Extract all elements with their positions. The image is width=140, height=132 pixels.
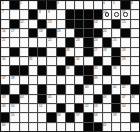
cell-r12c11[interactable]: 53 xyxy=(94,104,102,112)
circled-letter-mark xyxy=(123,12,128,17)
cell-r14c8[interactable] xyxy=(66,123,74,131)
black-cell-r8c5 xyxy=(38,66,46,74)
cell-r12c15[interactable] xyxy=(131,104,139,112)
cell-r11c14[interactable]: 47 xyxy=(121,95,129,103)
cell-r11c8[interactable] xyxy=(66,95,74,103)
cell-r6c14[interactable]: 29 xyxy=(121,48,129,56)
black-cell-r1c2 xyxy=(10,1,18,9)
cell-r7c10[interactable] xyxy=(84,57,92,65)
cell-r3c11[interactable]: 14 xyxy=(94,20,102,28)
clue-number: 23 xyxy=(76,38,80,41)
clue-number: 22 xyxy=(48,38,52,41)
cell-r10c11[interactable] xyxy=(94,85,102,93)
cell-r8c4[interactable] xyxy=(29,66,37,74)
cell-r1c4[interactable] xyxy=(29,1,37,9)
clue-number: 61 xyxy=(103,123,107,126)
black-cell-r2c10 xyxy=(84,10,92,18)
cell-r3c3[interactable]: 12 xyxy=(20,20,28,28)
black-cell-r7c13 xyxy=(112,57,120,65)
cell-r14c9[interactable] xyxy=(75,123,83,131)
cell-r12c6[interactable] xyxy=(47,104,55,112)
cell-r5c1[interactable]: 21 xyxy=(1,38,9,46)
black-cell-r10c7 xyxy=(57,85,65,93)
clue-number: 35 xyxy=(94,66,98,69)
clue-number: 42 xyxy=(122,85,126,88)
cell-r3c4[interactable] xyxy=(29,20,37,28)
clue-number: 21 xyxy=(2,38,6,41)
black-cell-r10c15 xyxy=(131,85,139,93)
black-cell-r6c7 xyxy=(57,48,65,56)
cell-r9c13[interactable] xyxy=(112,76,120,84)
cell-r13c12[interactable] xyxy=(103,113,111,121)
cell-r7c15[interactable] xyxy=(131,57,139,65)
cell-r9c11[interactable]: 39 xyxy=(94,76,102,84)
clue-number: 13 xyxy=(48,20,52,23)
cell-r8c11[interactable]: 35 xyxy=(94,66,102,74)
cell-r1c8[interactable] xyxy=(66,1,74,9)
cell-r2c12[interactable]: 10 xyxy=(103,10,111,18)
cell-r2c14[interactable]: 11 xyxy=(121,10,129,18)
black-cell-r2c11 xyxy=(94,10,102,18)
cell-r7c14[interactable]: 33 xyxy=(121,57,129,65)
clue-number: 55 xyxy=(11,113,15,116)
cell-r9c2[interactable]: 38 xyxy=(10,76,18,84)
cell-r6c3[interactable] xyxy=(20,48,28,56)
cell-r7c2[interactable] xyxy=(10,57,18,65)
black-cell-r3c5 xyxy=(38,20,46,28)
cell-r6c8[interactable]: 26 xyxy=(66,48,74,56)
black-cell-r12c7 xyxy=(57,104,65,112)
black-cell-r3c8 xyxy=(66,20,74,28)
cell-r5c4[interactable] xyxy=(29,38,37,46)
clue-number: 52 xyxy=(85,104,89,107)
cell-r2c3[interactable] xyxy=(20,10,28,18)
clue-number: 27 xyxy=(94,48,98,51)
black-cell-r2c8 xyxy=(66,10,74,18)
cell-r9c9[interactable] xyxy=(75,76,83,84)
cell-r3c6[interactable]: 13 xyxy=(47,20,55,28)
cell-r14c3[interactable] xyxy=(20,123,28,131)
black-cell-r8c3 xyxy=(20,66,28,74)
clue-number: 49 xyxy=(2,104,6,107)
cell-r1c12[interactable]: 4 xyxy=(103,1,111,9)
clue-number: 14 xyxy=(94,20,98,23)
cell-r12c5[interactable]: 51 xyxy=(38,104,46,112)
cell-r12c3[interactable] xyxy=(20,104,28,112)
clue-number: 8 xyxy=(39,10,41,13)
clue-number: 19 xyxy=(57,29,61,32)
cell-r13c4[interactable] xyxy=(29,113,37,121)
cell-r14c2[interactable] xyxy=(10,123,18,131)
black-cell-r14c10 xyxy=(84,123,92,131)
cell-r8c14[interactable] xyxy=(121,66,129,74)
clue-number: 57 xyxy=(76,113,80,116)
cell-r10c14[interactable]: 42 xyxy=(121,85,129,93)
clue-number: 4 xyxy=(103,1,105,4)
cell-r11c1[interactable]: 43 xyxy=(1,95,9,103)
black-cell-r8c9 xyxy=(75,66,83,74)
clue-number: 24 xyxy=(94,38,98,41)
black-cell-r9c10 xyxy=(84,76,92,84)
cell-r5c2[interactable] xyxy=(10,38,18,46)
black-cell-r3c9 xyxy=(75,20,83,28)
cell-r6c1[interactable] xyxy=(1,48,9,56)
clue-number: 60 xyxy=(2,123,6,126)
cell-r11c10[interactable] xyxy=(84,95,92,103)
black-cell-r6c5 xyxy=(38,48,46,56)
clue-number: 47 xyxy=(122,95,126,98)
cell-r2c5[interactable]: 8 xyxy=(38,10,46,18)
clue-number: 44 xyxy=(20,95,24,98)
black-cell-r3c2 xyxy=(10,20,18,28)
cell-r7c3[interactable] xyxy=(20,57,28,65)
cell-r7c12[interactable] xyxy=(103,57,111,65)
clue-number: 36 xyxy=(113,66,117,69)
clue-number: 17 xyxy=(11,29,15,32)
black-cell-r5c10 xyxy=(84,38,92,46)
cell-r3c7[interactable] xyxy=(57,20,65,28)
cell-r4c12[interactable]: 20 xyxy=(103,29,111,37)
cell-r12c14[interactable]: 54 xyxy=(121,104,129,112)
black-cell-r11c11 xyxy=(94,95,102,103)
clue-number: 59 xyxy=(113,113,117,116)
black-cell-r14c11 xyxy=(94,123,102,131)
cell-r9c7[interactable] xyxy=(57,76,65,84)
cell-r4c1[interactable]: 16 xyxy=(1,29,9,37)
cell-r7c9[interactable]: 32 xyxy=(75,57,83,65)
cell-r7c6[interactable] xyxy=(47,57,55,65)
black-cell-r11c5 xyxy=(38,95,46,103)
cell-r9c12[interactable] xyxy=(103,76,111,84)
black-cell-r13c8 xyxy=(66,113,74,121)
cell-r11c12[interactable]: 46 xyxy=(103,95,111,103)
black-cell-r7c11 xyxy=(94,57,102,65)
black-cell-r3c13 xyxy=(112,20,120,28)
cell-r6c12[interactable]: 28 xyxy=(103,48,111,56)
clue-number: 32 xyxy=(76,57,80,60)
cell-r14c13[interactable] xyxy=(112,123,120,131)
cell-r8c15[interactable] xyxy=(131,66,139,74)
cell-r13c9[interactable]: 57 xyxy=(75,113,83,121)
black-cell-r8c12 xyxy=(103,66,111,74)
cell-r14c7[interactable] xyxy=(57,123,65,131)
clue-number: 43 xyxy=(2,95,6,98)
cell-r2c1[interactable]: 7 xyxy=(1,10,9,18)
clue-number: 29 xyxy=(122,48,126,51)
clue-number: 37 xyxy=(2,76,6,79)
black-cell-r8c10 xyxy=(84,66,92,74)
cell-r11c7[interactable] xyxy=(57,95,65,103)
cell-r10c6[interactable] xyxy=(47,85,55,93)
cell-r10c4[interactable] xyxy=(29,85,37,93)
black-cell-r13c1 xyxy=(1,113,9,121)
clue-number: 54 xyxy=(122,104,126,107)
black-cell-r11c2 xyxy=(10,95,18,103)
cell-r5c7[interactable] xyxy=(57,38,65,46)
black-cell-r6c4 xyxy=(29,48,37,56)
black-cell-r10c9 xyxy=(75,85,83,93)
cell-r9c4[interactable] xyxy=(29,76,37,84)
clue-number: 7 xyxy=(2,10,4,13)
black-cell-r2c9 xyxy=(75,10,83,18)
cell-r9c6[interactable] xyxy=(47,76,55,84)
clue-number: 25 xyxy=(113,38,117,41)
clue-number: 45 xyxy=(48,95,52,98)
cell-r7c4[interactable]: 31 xyxy=(29,57,37,65)
black-cell-r3c10 xyxy=(84,20,92,28)
cell-r13c7[interactable]: 56 xyxy=(57,113,65,121)
cell-r4c15[interactable] xyxy=(131,29,139,37)
cell-r11c4[interactable] xyxy=(29,95,37,103)
cell-r1c1[interactable]: 1 xyxy=(1,1,9,9)
cell-r4c13[interactable] xyxy=(112,29,120,37)
clue-number: 26 xyxy=(66,48,70,51)
black-cell-r10c1 xyxy=(1,85,9,93)
black-cell-r11c13 xyxy=(112,95,120,103)
clue-number: 33 xyxy=(122,57,126,60)
cell-r4c5[interactable]: 18 xyxy=(38,29,46,37)
cell-r1c7[interactable]: 3 xyxy=(57,1,65,9)
cell-r9c1[interactable]: 37 xyxy=(1,76,9,84)
circled-letter-mark xyxy=(105,12,110,17)
black-cell-r8c7 xyxy=(57,66,65,74)
cell-r3c1[interactable] xyxy=(1,20,9,28)
black-cell-r4c9 xyxy=(75,29,83,37)
cell-r11c9[interactable] xyxy=(75,95,83,103)
cell-r13c2[interactable]: 55 xyxy=(10,113,18,121)
black-cell-r12c9 xyxy=(75,104,83,112)
cell-r9c3[interactable] xyxy=(20,76,28,84)
black-cell-r5c8 xyxy=(66,38,74,46)
black-cell-r4c11 xyxy=(94,29,102,37)
cell-r13c5[interactable] xyxy=(38,113,46,121)
clue-number: 28 xyxy=(103,48,107,51)
cell-r1c13[interactable]: 5 xyxy=(112,1,120,9)
black-cell-r8c2 xyxy=(10,66,18,74)
clue-number: 15 xyxy=(122,20,126,23)
cell-r2c7[interactable] xyxy=(57,10,65,18)
cell-r2c15[interactable] xyxy=(131,10,139,18)
black-cell-r10c5 xyxy=(38,85,46,93)
cell-r1c15[interactable]: 6 xyxy=(131,1,139,9)
cell-r8c6[interactable] xyxy=(47,66,55,74)
clue-number: 9 xyxy=(48,10,50,13)
black-cell-r5c12 xyxy=(103,38,111,46)
clue-number: 39 xyxy=(94,76,98,79)
cell-r12c8[interactable] xyxy=(66,104,74,112)
cell-r4c2[interactable]: 17 xyxy=(10,29,18,37)
cell-r1c9[interactable] xyxy=(75,1,83,9)
cell-r5c3[interactable] xyxy=(20,38,28,46)
cell-r1c10[interactable] xyxy=(84,1,92,9)
cell-r13c11[interactable]: 58 xyxy=(94,113,102,121)
clue-number: 48 xyxy=(131,95,135,98)
cell-r14c4[interactable] xyxy=(29,123,37,131)
clue-number: 12 xyxy=(20,20,24,23)
cell-r12c12[interactable] xyxy=(103,104,111,112)
cell-r7c5[interactable] xyxy=(38,57,46,65)
black-cell-r4c10 xyxy=(84,29,92,37)
cell-r3c12[interactable] xyxy=(103,20,111,28)
cell-r13c3[interactable] xyxy=(20,113,28,121)
clue-number: 50 xyxy=(11,104,15,107)
clue-number: 38 xyxy=(11,76,15,79)
clue-number: 16 xyxy=(2,29,6,32)
cell-r11c15[interactable]: 48 xyxy=(131,95,139,103)
cell-r5c11[interactable]: 24 xyxy=(94,38,102,46)
cell-r6c11[interactable]: 27 xyxy=(94,48,102,56)
clue-number: 18 xyxy=(39,29,43,32)
black-cell-r2c4 xyxy=(29,10,37,18)
cell-r14c12[interactable]: 61 xyxy=(103,123,111,131)
cell-r10c13[interactable]: 41 xyxy=(112,85,120,93)
clue-number: 46 xyxy=(103,95,107,98)
clue-number: 40 xyxy=(85,85,89,88)
cell-r5c14[interactable] xyxy=(121,38,129,46)
black-cell-r13c15 xyxy=(131,113,139,121)
clue-number: 31 xyxy=(29,57,33,60)
black-cell-r10c3 xyxy=(20,85,28,93)
black-cell-r4c4 xyxy=(29,29,37,37)
black-cell-r6c13 xyxy=(112,48,120,56)
cell-r6c9[interactable] xyxy=(75,48,83,56)
cell-r13c13[interactable]: 59 xyxy=(112,113,120,121)
black-cell-r13c10 xyxy=(84,113,92,121)
cell-r7c1[interactable]: 30 xyxy=(1,57,9,65)
clue-number: 34 xyxy=(66,66,70,69)
cell-r5c5[interactable] xyxy=(38,38,46,46)
cell-r9c5[interactable] xyxy=(38,76,46,84)
cell-r6c15[interactable] xyxy=(131,48,139,56)
black-cell-r1c5 xyxy=(38,1,46,9)
cell-r6c6[interactable] xyxy=(47,48,55,56)
clue-number: 6 xyxy=(131,1,133,4)
cell-r10c10[interactable]: 40 xyxy=(84,85,92,93)
clue-number: 3 xyxy=(57,1,59,4)
cell-r8c8[interactable]: 34 xyxy=(66,66,74,74)
cell-r10c2[interactable] xyxy=(10,85,18,93)
cell-r14c6[interactable] xyxy=(47,123,55,131)
cell-r9c8[interactable] xyxy=(66,76,74,84)
black-cell-r10c12 xyxy=(103,85,111,93)
cell-r1c11[interactable] xyxy=(94,1,102,9)
black-cell-r6c2 xyxy=(10,48,18,56)
cell-r12c2[interactable]: 50 xyxy=(10,104,18,112)
cell-r5c13[interactable]: 25 xyxy=(112,38,120,46)
cell-r12c1[interactable]: 49 xyxy=(1,104,9,112)
cell-r4c3[interactable] xyxy=(20,29,28,37)
cell-r5c9[interactable]: 23 xyxy=(75,38,83,46)
cell-r13c14[interactable] xyxy=(121,113,129,121)
clue-number: 1 xyxy=(2,1,4,4)
black-cell-r4c14 xyxy=(121,29,129,37)
cell-r7c7[interactable] xyxy=(57,57,65,65)
cell-r14c15[interactable] xyxy=(131,123,139,131)
clue-number: 2 xyxy=(20,1,22,4)
cell-r12c10[interactable]: 52 xyxy=(84,104,92,112)
black-cell-r4c6 xyxy=(47,29,55,37)
cell-r14c1[interactable]: 60 xyxy=(1,123,9,131)
cell-r14c14[interactable] xyxy=(121,123,129,131)
clue-number: 56 xyxy=(57,113,61,116)
cell-r8c13[interactable]: 36 xyxy=(112,66,120,74)
clue-number: 41 xyxy=(113,85,117,88)
cell-r8c1[interactable] xyxy=(1,66,9,74)
clue-number: 51 xyxy=(39,104,43,107)
clue-number: 5 xyxy=(113,1,115,4)
clue-number: 20 xyxy=(103,29,107,32)
cell-r11c3[interactable]: 44 xyxy=(20,95,28,103)
cell-r5c6[interactable]: 22 xyxy=(47,38,55,46)
black-cell-r1c6 xyxy=(47,1,55,9)
cell-r4c8[interactable] xyxy=(66,29,74,37)
crossword-grid: 1234567891011121314151617181920212223242… xyxy=(0,0,140,132)
cell-r3c15[interactable] xyxy=(131,20,139,28)
cell-r10c8[interactable] xyxy=(66,85,74,93)
black-cell-r1c14 xyxy=(121,1,129,9)
black-cell-r6c10 xyxy=(84,48,92,56)
black-cell-r9c14 xyxy=(121,76,129,84)
cell-r2c2[interactable] xyxy=(10,10,18,18)
cell-r2c6[interactable]: 9 xyxy=(47,10,55,18)
cell-r9c15[interactable] xyxy=(131,76,139,84)
clue-number: 53 xyxy=(94,104,98,107)
cell-r4c7[interactable]: 19 xyxy=(57,29,65,37)
circled-letter-mark xyxy=(114,12,119,17)
black-cell-r12c13 xyxy=(112,104,120,112)
cell-r3c14[interactable]: 15 xyxy=(121,20,129,28)
cell-r14c5[interactable] xyxy=(38,123,46,131)
cell-r11c6[interactable]: 45 xyxy=(47,95,55,103)
black-cell-r7c8 xyxy=(66,57,74,65)
cell-r5c15[interactable] xyxy=(131,38,139,46)
cell-r2c13[interactable] xyxy=(112,10,120,18)
cell-r12c4[interactable] xyxy=(29,104,37,112)
black-cell-r13c6 xyxy=(47,113,55,121)
clue-number: 58 xyxy=(94,113,98,116)
clue-number: 30 xyxy=(2,57,6,60)
cell-r1c3[interactable]: 2 xyxy=(20,1,28,9)
